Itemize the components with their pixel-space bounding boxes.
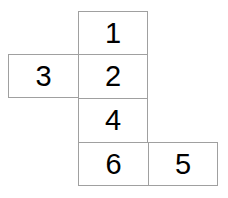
empty-cell <box>148 11 218 54</box>
empty-cell <box>148 98 218 142</box>
net-face-6: 6 <box>78 142 148 186</box>
cube-net-board: 132465 <box>8 11 218 186</box>
net-face-3: 3 <box>8 54 78 98</box>
empty-cell <box>148 54 218 98</box>
net-face-1: 1 <box>78 11 148 54</box>
empty-cell <box>8 11 78 54</box>
cube-net-diagram: 132465 <box>0 0 228 198</box>
empty-cell <box>8 142 78 186</box>
net-face-2: 2 <box>78 54 148 98</box>
empty-cell <box>8 98 78 142</box>
net-face-5: 5 <box>148 142 218 186</box>
net-face-4: 4 <box>78 98 148 142</box>
